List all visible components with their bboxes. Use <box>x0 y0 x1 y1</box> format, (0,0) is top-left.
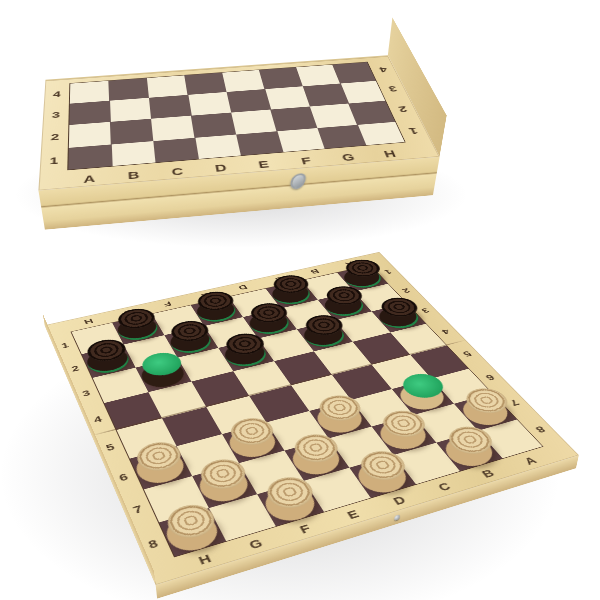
rank-label-right-6: 6 <box>484 373 497 382</box>
file-label-bottom-H: H <box>196 552 212 566</box>
file-label-bottom-A: A <box>522 455 539 466</box>
closed-rank-left-4: 4 <box>53 90 61 98</box>
closed-rank-left-3: 3 <box>52 110 61 119</box>
rank-label-left-2: 2 <box>70 364 80 373</box>
rank-label-left-3: 3 <box>81 388 92 397</box>
rank-label-left-7: 7 <box>131 503 144 515</box>
file-label-top-H: H <box>83 318 95 326</box>
open-checkers-board: 1234567812345678HGFEDCBAHGFEDCBA <box>45 252 579 585</box>
rank-label-right-1: 1 <box>383 269 394 276</box>
closed-file-label-C: C <box>171 166 184 177</box>
rank-label-right-5: 5 <box>461 350 474 358</box>
file-label-bottom-C: C <box>436 480 453 492</box>
file-label-bottom-D: D <box>391 494 408 507</box>
closed-file-label-B: B <box>127 169 139 180</box>
clasp-screw <box>394 514 400 521</box>
rank-label-left-4: 4 <box>92 414 103 424</box>
closed-file-label-H: H <box>382 148 397 158</box>
file-label-bottom-G: G <box>247 537 264 551</box>
file-label-bottom-B: B <box>479 467 496 479</box>
closed-rank-right-1: 1 <box>407 127 419 137</box>
rank-label-right-3: 3 <box>420 307 432 314</box>
file-label-top-B: B <box>309 268 321 275</box>
closed-file-label-G: G <box>340 152 355 163</box>
checker-dark-g1 <box>114 306 159 332</box>
file-label-top-F: F <box>162 301 173 308</box>
closed-rank-left-1: 1 <box>49 155 58 165</box>
open-board-face: 1234567812345678HGFEDCBAHGFEDCBA <box>45 252 579 585</box>
metal-clasp <box>289 173 308 190</box>
rank-label-right-4: 4 <box>440 328 452 336</box>
rank-label-right-2: 2 <box>401 287 412 294</box>
closed-rank-right-2: 2 <box>397 105 409 114</box>
rank-label-right-7: 7 <box>508 398 522 407</box>
closed-file-label-E: E <box>257 159 270 170</box>
closed-rank-left-2: 2 <box>51 132 60 142</box>
rank-label-left-8: 8 <box>146 537 159 550</box>
rank-label-right-8: 8 <box>533 424 547 434</box>
closed-rank-right-3: 3 <box>387 85 398 93</box>
file-label-top-D: D <box>237 284 249 291</box>
rank-label-left-1: 1 <box>60 341 70 349</box>
closed-file-label-D: D <box>214 162 227 173</box>
closed-file-label-F: F <box>300 155 312 165</box>
rank-label-left-5: 5 <box>104 442 115 453</box>
closed-rank-right-4: 4 <box>378 66 389 74</box>
file-label-bottom-E: E <box>345 508 361 521</box>
rank-label-left-6: 6 <box>117 471 129 482</box>
closed-board-squares <box>67 62 406 171</box>
file-label-bottom-F: F <box>297 522 312 535</box>
closed-file-label-A: A <box>83 173 95 184</box>
closed-board-box: ABCDEFGH43214321 <box>38 55 439 190</box>
